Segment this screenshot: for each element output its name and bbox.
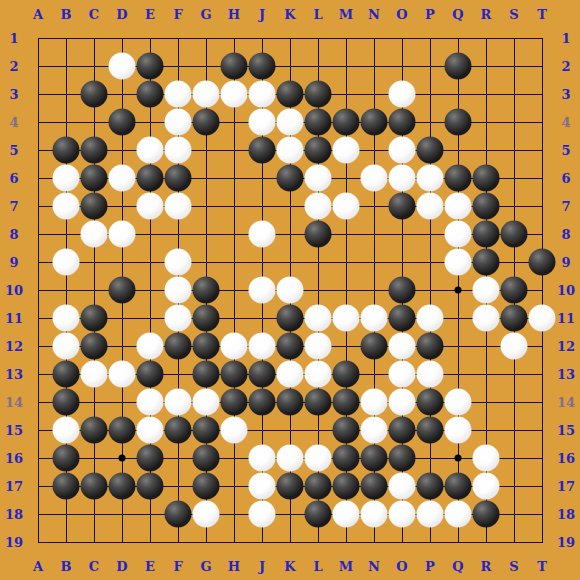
- stone-black: [193, 445, 220, 472]
- stone-white: [473, 445, 500, 472]
- row-label-left: 12: [5, 340, 23, 353]
- column-label-top: G: [200, 8, 211, 21]
- stone-black: [473, 193, 500, 220]
- row-label-right: 8: [561, 228, 570, 241]
- stone-white: [389, 333, 416, 360]
- stone-white: [193, 501, 220, 528]
- stone-white: [221, 417, 248, 444]
- row-label-left: 14: [5, 396, 23, 409]
- stone-white: [193, 81, 220, 108]
- stone-black: [81, 137, 108, 164]
- stone-black: [81, 193, 108, 220]
- stone-white: [389, 389, 416, 416]
- stone-white: [417, 501, 444, 528]
- stone-white: [445, 501, 472, 528]
- stone-black: [165, 501, 192, 528]
- column-label-bottom: G: [200, 560, 211, 573]
- stone-black: [361, 473, 388, 500]
- row-label-right: 16: [557, 452, 575, 465]
- stone-black: [389, 417, 416, 444]
- stone-white: [249, 445, 276, 472]
- stone-white: [305, 445, 332, 472]
- stone-black: [445, 473, 472, 500]
- stone-black: [417, 389, 444, 416]
- column-label-top: H: [228, 8, 240, 21]
- stone-white: [277, 109, 304, 136]
- stone-black: [305, 501, 332, 528]
- column-label-bottom: B: [61, 560, 72, 573]
- column-label-top: M: [339, 8, 353, 21]
- stone-black: [165, 417, 192, 444]
- row-label-right: 4: [561, 116, 570, 129]
- stone-white: [333, 501, 360, 528]
- row-label-left: 6: [9, 172, 18, 185]
- stone-black: [249, 361, 276, 388]
- stone-black: [137, 81, 164, 108]
- stone-white: [445, 249, 472, 276]
- row-label-left: 7: [9, 200, 18, 213]
- stone-black: [277, 389, 304, 416]
- stone-white: [389, 501, 416, 528]
- stone-black: [193, 417, 220, 444]
- stone-black: [389, 277, 416, 304]
- stone-white: [137, 389, 164, 416]
- stone-black: [53, 137, 80, 164]
- star-point: [455, 455, 462, 462]
- column-label-top: C: [89, 8, 99, 21]
- stone-black: [361, 109, 388, 136]
- stone-white: [53, 417, 80, 444]
- go-board[interactable]: AABBCCDDEEFFGGHHJJKKLLMMNNOOPPQQRRSSTT11…: [0, 0, 580, 580]
- column-label-bottom: K: [284, 560, 295, 573]
- stone-white: [529, 305, 556, 332]
- row-label-right: 12: [557, 340, 575, 353]
- row-label-right: 6: [561, 172, 570, 185]
- stone-black: [445, 165, 472, 192]
- stone-white: [305, 305, 332, 332]
- stone-black: [333, 361, 360, 388]
- stone-black: [81, 333, 108, 360]
- stone-white: [109, 221, 136, 248]
- stone-black: [473, 165, 500, 192]
- stone-black: [389, 305, 416, 332]
- stone-black: [53, 361, 80, 388]
- row-label-right: 18: [557, 508, 575, 521]
- stone-black: [361, 333, 388, 360]
- stone-white: [109, 165, 136, 192]
- row-label-right: 10: [557, 284, 575, 297]
- stone-black: [249, 389, 276, 416]
- stone-white: [249, 221, 276, 248]
- stone-white: [361, 305, 388, 332]
- stone-black: [305, 109, 332, 136]
- stone-white: [361, 165, 388, 192]
- stone-black: [81, 417, 108, 444]
- stone-white: [361, 389, 388, 416]
- row-label-right: 9: [561, 256, 570, 269]
- column-label-bottom: S: [509, 560, 518, 573]
- stone-black: [193, 361, 220, 388]
- stone-white: [389, 137, 416, 164]
- stone-white: [473, 473, 500, 500]
- stone-black: [81, 305, 108, 332]
- column-label-bottom: R: [481, 560, 492, 573]
- stone-black: [417, 473, 444, 500]
- stone-white: [305, 333, 332, 360]
- stone-black: [389, 193, 416, 220]
- stone-white: [445, 193, 472, 220]
- stone-black: [193, 109, 220, 136]
- column-label-bottom: J: [259, 560, 265, 573]
- row-label-left: 5: [9, 144, 18, 157]
- stone-white: [137, 417, 164, 444]
- stone-black: [193, 333, 220, 360]
- stone-white: [137, 333, 164, 360]
- stone-white: [417, 193, 444, 220]
- stone-black: [501, 277, 528, 304]
- stone-white: [249, 333, 276, 360]
- column-label-bottom: Q: [452, 560, 463, 573]
- stone-black: [165, 333, 192, 360]
- row-label-right: 11: [557, 312, 575, 325]
- stone-white: [473, 277, 500, 304]
- row-label-left: 10: [5, 284, 23, 297]
- stone-white: [501, 333, 528, 360]
- column-label-bottom: L: [313, 560, 322, 573]
- stone-black: [109, 473, 136, 500]
- stone-white: [417, 165, 444, 192]
- stone-white: [165, 193, 192, 220]
- column-label-top: R: [481, 8, 492, 21]
- column-label-top: P: [425, 8, 435, 21]
- row-label-left: 8: [9, 228, 18, 241]
- row-label-right: 3: [561, 88, 570, 101]
- row-label-left: 16: [5, 452, 23, 465]
- stone-white: [165, 389, 192, 416]
- stone-black: [221, 361, 248, 388]
- stone-white: [361, 417, 388, 444]
- column-label-top: B: [61, 8, 72, 21]
- row-label-right: 15: [557, 424, 575, 437]
- column-label-bottom: H: [228, 560, 240, 573]
- star-point: [455, 287, 462, 294]
- stone-white: [53, 193, 80, 220]
- stone-black: [417, 333, 444, 360]
- stone-black: [137, 361, 164, 388]
- column-label-bottom: M: [339, 560, 353, 573]
- row-label-right: 1: [561, 32, 570, 45]
- stone-black: [333, 473, 360, 500]
- column-label-top: A: [33, 8, 43, 21]
- row-label-left: 13: [5, 368, 23, 381]
- stone-white: [389, 81, 416, 108]
- stone-black: [333, 109, 360, 136]
- stone-white: [333, 193, 360, 220]
- stone-black: [389, 445, 416, 472]
- column-label-bottom: F: [173, 560, 182, 573]
- row-label-right: 2: [561, 60, 570, 73]
- row-label-right: 19: [557, 536, 575, 549]
- stone-white: [277, 277, 304, 304]
- stone-white: [249, 473, 276, 500]
- column-label-top: K: [284, 8, 295, 21]
- stone-black: [277, 165, 304, 192]
- stone-black: [305, 81, 332, 108]
- stone-black: [221, 53, 248, 80]
- stone-black: [81, 81, 108, 108]
- row-label-right: 14: [557, 396, 575, 409]
- stone-black: [109, 109, 136, 136]
- stone-white: [277, 137, 304, 164]
- column-label-top: L: [313, 8, 322, 21]
- column-label-bottom: E: [145, 560, 155, 573]
- stone-white: [81, 361, 108, 388]
- stone-black: [305, 221, 332, 248]
- stone-black: [501, 221, 528, 248]
- row-label-left: 9: [9, 256, 18, 269]
- stone-black: [277, 473, 304, 500]
- stone-white: [445, 221, 472, 248]
- column-label-top: N: [368, 8, 380, 21]
- row-label-right: 13: [557, 368, 575, 381]
- stone-white: [165, 277, 192, 304]
- stone-white: [53, 249, 80, 276]
- stone-white: [445, 389, 472, 416]
- stone-white: [417, 305, 444, 332]
- stone-black: [137, 165, 164, 192]
- stone-black: [137, 445, 164, 472]
- stone-black: [193, 473, 220, 500]
- row-label-right: 7: [561, 200, 570, 213]
- stone-white: [305, 193, 332, 220]
- stone-black: [333, 389, 360, 416]
- stone-white: [445, 417, 472, 444]
- stone-black: [137, 53, 164, 80]
- stone-white: [361, 501, 388, 528]
- stone-black: [137, 473, 164, 500]
- stone-black: [109, 417, 136, 444]
- stone-black: [81, 165, 108, 192]
- stone-white: [137, 137, 164, 164]
- column-label-bottom: P: [425, 560, 435, 573]
- stone-black: [417, 137, 444, 164]
- column-label-bottom: N: [368, 560, 380, 573]
- column-label-top: O: [396, 8, 407, 21]
- stone-black: [53, 445, 80, 472]
- stone-white: [333, 305, 360, 332]
- stone-black: [193, 305, 220, 332]
- stone-white: [277, 445, 304, 472]
- stone-white: [165, 137, 192, 164]
- stone-black: [277, 81, 304, 108]
- star-point: [119, 455, 126, 462]
- stone-black: [501, 305, 528, 332]
- row-label-left: 19: [5, 536, 23, 549]
- column-label-bottom: C: [89, 560, 99, 573]
- column-label-bottom: A: [33, 560, 43, 573]
- stone-white: [305, 165, 332, 192]
- stone-black: [361, 445, 388, 472]
- stone-black: [277, 333, 304, 360]
- stone-white: [249, 501, 276, 528]
- stone-black: [529, 249, 556, 276]
- row-label-left: 3: [9, 88, 18, 101]
- stone-white: [417, 361, 444, 388]
- column-label-top: J: [259, 8, 265, 21]
- stone-black: [165, 165, 192, 192]
- row-label-left: 18: [5, 508, 23, 521]
- row-label-left: 1: [9, 32, 18, 45]
- column-label-top: D: [116, 8, 127, 21]
- row-label-left: 11: [5, 312, 23, 325]
- stone-white: [53, 333, 80, 360]
- row-label-left: 15: [5, 424, 23, 437]
- stone-black: [305, 389, 332, 416]
- stone-black: [473, 249, 500, 276]
- stone-white: [193, 389, 220, 416]
- stone-white: [277, 361, 304, 388]
- stone-white: [137, 193, 164, 220]
- row-label-right: 5: [561, 144, 570, 157]
- stone-white: [389, 165, 416, 192]
- stone-white: [221, 333, 248, 360]
- stone-black: [221, 389, 248, 416]
- row-label-left: 17: [5, 480, 23, 493]
- stone-white: [389, 473, 416, 500]
- stone-white: [81, 221, 108, 248]
- column-label-bottom: D: [116, 560, 127, 573]
- stone-white: [249, 277, 276, 304]
- stone-white: [305, 361, 332, 388]
- column-label-top: F: [173, 8, 182, 21]
- stone-black: [193, 277, 220, 304]
- stone-black: [473, 501, 500, 528]
- stone-black: [81, 473, 108, 500]
- column-label-top: Q: [452, 8, 463, 21]
- stone-black: [249, 53, 276, 80]
- stone-black: [109, 277, 136, 304]
- row-label-left: 2: [9, 60, 18, 73]
- stone-white: [249, 81, 276, 108]
- stone-white: [109, 361, 136, 388]
- column-label-top: E: [145, 8, 155, 21]
- stone-white: [333, 137, 360, 164]
- stone-black: [333, 445, 360, 472]
- stone-black: [249, 137, 276, 164]
- stone-black: [445, 53, 472, 80]
- stone-white: [249, 109, 276, 136]
- stone-white: [165, 109, 192, 136]
- stone-white: [165, 81, 192, 108]
- stone-white: [473, 305, 500, 332]
- stone-white: [165, 305, 192, 332]
- stone-black: [417, 417, 444, 444]
- stone-white: [109, 53, 136, 80]
- column-label-bottom: T: [537, 560, 547, 573]
- stone-white: [53, 305, 80, 332]
- stone-white: [53, 165, 80, 192]
- column-label-top: S: [509, 8, 518, 21]
- column-label-top: T: [537, 8, 547, 21]
- stone-black: [333, 417, 360, 444]
- stone-black: [389, 109, 416, 136]
- stone-white: [389, 361, 416, 388]
- stone-black: [473, 221, 500, 248]
- stone-black: [305, 137, 332, 164]
- stone-white: [221, 81, 248, 108]
- stone-black: [53, 389, 80, 416]
- row-label-left: 4: [9, 116, 18, 129]
- stone-black: [277, 305, 304, 332]
- stone-black: [53, 473, 80, 500]
- column-label-bottom: O: [396, 560, 407, 573]
- stone-white: [165, 249, 192, 276]
- row-label-right: 17: [557, 480, 575, 493]
- stone-black: [305, 473, 332, 500]
- stone-black: [445, 109, 472, 136]
